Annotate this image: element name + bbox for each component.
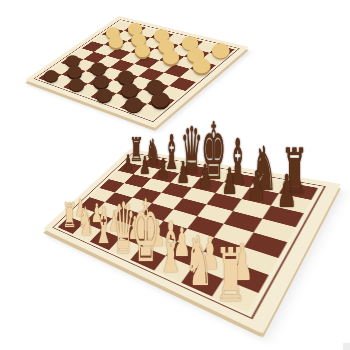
checkers-board-grid <box>38 21 234 119</box>
checkers-board <box>25 16 249 128</box>
checkers-board-border-line <box>34 19 240 122</box>
watermark-artifact <box>343 343 350 350</box>
chess-board-grid <box>58 155 318 312</box>
chess-board <box>43 149 341 334</box>
product-photo: ●●●●●●●●●●●●●●●●●●●●●●●●♜♞♝♛♚♝♞♜♟♟♟♟♟♟♟♟… <box>0 0 350 350</box>
